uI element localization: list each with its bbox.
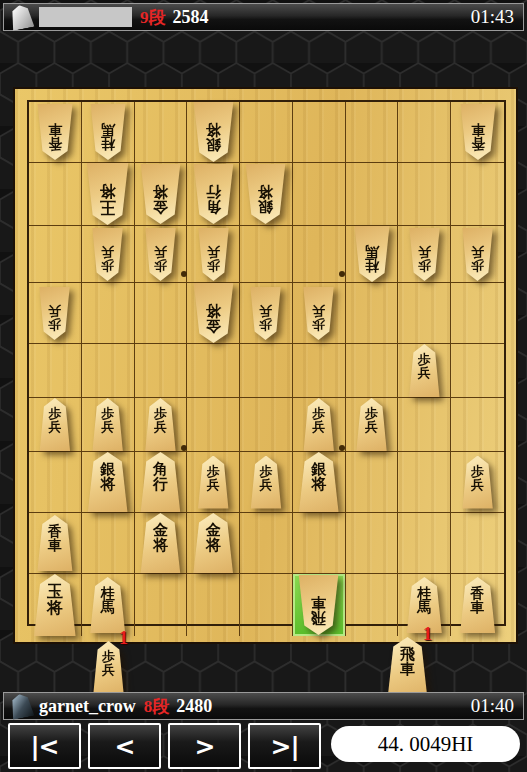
square-6g[interactable]: 歩兵 bbox=[187, 452, 240, 513]
square-4h[interactable] bbox=[293, 513, 346, 574]
sente-bishop-piece[interactable]: 角行 bbox=[139, 452, 182, 512]
square-1d[interactable] bbox=[451, 283, 504, 344]
square-9e[interactable] bbox=[29, 344, 82, 398]
move-display: 44. 0049HI bbox=[331, 726, 520, 762]
square-3g[interactable] bbox=[346, 452, 399, 513]
top-player-bar: 9段 2584 01:43 bbox=[3, 3, 524, 31]
square-4c[interactable] bbox=[293, 226, 346, 283]
top-player-clock: 01:43 bbox=[471, 6, 514, 28]
sente-pawn-piece[interactable]: 歩兵 bbox=[461, 456, 494, 509]
square-8c[interactable]: 歩兵 bbox=[82, 226, 135, 283]
square-3d[interactable] bbox=[346, 283, 399, 344]
gote-gold-piece[interactable]: 金将 bbox=[192, 283, 235, 343]
sente-pawn-piece[interactable]: 歩兵 bbox=[197, 456, 230, 509]
square-7h[interactable]: 金将 bbox=[135, 513, 188, 574]
square-5h[interactable] bbox=[240, 513, 293, 574]
prev-move-button[interactable]: < bbox=[88, 723, 161, 769]
square-5c[interactable] bbox=[240, 226, 293, 283]
square-4f[interactable]: 歩兵 bbox=[293, 398, 346, 452]
gote-bishop-piece[interactable]: 角行 bbox=[192, 164, 235, 224]
square-5e[interactable] bbox=[240, 344, 293, 398]
gote-pawn-piece[interactable]: 歩兵 bbox=[249, 287, 282, 340]
square-7c[interactable]: 歩兵 bbox=[135, 226, 188, 283]
square-9a[interactable]: 香車 bbox=[29, 102, 82, 163]
square-1b[interactable] bbox=[451, 163, 504, 226]
first-move-button[interactable]: |< bbox=[8, 723, 81, 769]
star-point bbox=[339, 445, 345, 451]
sente-knight-piece[interactable]: 桂馬 bbox=[89, 577, 127, 633]
square-4a[interactable] bbox=[293, 102, 346, 163]
square-9h[interactable]: 香車 bbox=[29, 513, 82, 574]
square-2d[interactable] bbox=[398, 283, 451, 344]
square-1c[interactable]: 歩兵 bbox=[451, 226, 504, 283]
square-9g[interactable] bbox=[29, 452, 82, 513]
bottom-player-clock: 01:40 bbox=[471, 695, 514, 717]
bottom-player-rank: 8段 bbox=[144, 695, 170, 718]
square-9f[interactable]: 歩兵 bbox=[29, 398, 82, 452]
square-6b[interactable]: 角行 bbox=[187, 163, 240, 226]
square-6h[interactable]: 金将 bbox=[187, 513, 240, 574]
gote-knight-piece[interactable]: 桂馬 bbox=[89, 104, 127, 160]
square-1i[interactable]: 香車 bbox=[451, 574, 504, 636]
sente-pawn-piece[interactable]: 歩兵 bbox=[38, 398, 71, 451]
square-8i[interactable]: 桂馬 bbox=[82, 574, 135, 636]
gote-pawn-piece[interactable]: 歩兵 bbox=[144, 228, 177, 281]
square-2e[interactable]: 歩兵 bbox=[398, 344, 451, 398]
square-8h[interactable] bbox=[82, 513, 135, 574]
square-8f[interactable]: 歩兵 bbox=[82, 398, 135, 452]
square-6c[interactable]: 歩兵 bbox=[187, 226, 240, 283]
gote-pawn-piece[interactable]: 歩兵 bbox=[197, 228, 230, 281]
square-2c[interactable]: 歩兵 bbox=[398, 226, 451, 283]
square-1g[interactable]: 歩兵 bbox=[451, 452, 504, 513]
square-3e[interactable] bbox=[346, 344, 399, 398]
square-7e[interactable] bbox=[135, 344, 188, 398]
sente-pawn-piece[interactable]: 歩兵 bbox=[355, 398, 388, 451]
square-8d[interactable] bbox=[82, 283, 135, 344]
board-grid: 香車桂馬銀将香車王将金将角行銀将歩兵歩兵歩兵桂馬歩兵歩兵歩兵金将歩兵歩兵歩兵歩兵… bbox=[27, 100, 506, 626]
square-7f[interactable]: 歩兵 bbox=[135, 398, 188, 452]
square-5b[interactable]: 銀将 bbox=[240, 163, 293, 226]
square-3i[interactable] bbox=[346, 574, 399, 636]
square-9i[interactable]: 玉将 bbox=[29, 574, 82, 636]
sente-player-piece-icon bbox=[8, 692, 35, 720]
hand-rook-count: 1 bbox=[423, 624, 432, 645]
sente-hand-pawn[interactable]: 1 歩兵 bbox=[92, 641, 125, 694]
square-2h[interactable] bbox=[398, 513, 451, 574]
gote-rook-piece[interactable]: 飛車 bbox=[297, 575, 340, 635]
square-1e[interactable] bbox=[451, 344, 504, 398]
sente-gold-piece[interactable]: 金将 bbox=[139, 513, 182, 573]
gote-king-piece[interactable]: 王将 bbox=[85, 163, 130, 225]
gote-player-piece-icon bbox=[8, 3, 35, 31]
sente-lance-piece[interactable]: 香車 bbox=[459, 577, 497, 633]
square-8b[interactable]: 王将 bbox=[82, 163, 135, 226]
shogi-board: 香車桂馬銀将香車王将金将角行銀将歩兵歩兵歩兵桂馬歩兵歩兵歩兵金将歩兵歩兵歩兵歩兵… bbox=[13, 87, 518, 644]
square-9b[interactable] bbox=[29, 163, 82, 226]
last-move-button[interactable]: >| bbox=[248, 723, 321, 769]
sente-pawn-piece[interactable]: 歩兵 bbox=[91, 398, 124, 451]
gote-pawn-piece[interactable]: 歩兵 bbox=[461, 228, 494, 281]
sente-pawn-piece[interactable]: 歩兵 bbox=[302, 398, 335, 451]
square-7b[interactable]: 金将 bbox=[135, 163, 188, 226]
sente-gold-piece[interactable]: 金将 bbox=[192, 513, 235, 573]
gote-knight-piece[interactable]: 桂馬 bbox=[353, 226, 391, 282]
square-1h[interactable] bbox=[451, 513, 504, 574]
square-7a[interactable] bbox=[135, 102, 188, 163]
square-2a[interactable] bbox=[398, 102, 451, 163]
square-6a[interactable]: 銀将 bbox=[187, 102, 240, 163]
bottom-player-name: garnet_crow bbox=[39, 696, 136, 717]
top-player-rating: 2584 bbox=[173, 7, 209, 28]
top-player-name-redacted bbox=[39, 7, 132, 27]
gote-pawn-piece[interactable]: 歩兵 bbox=[38, 287, 71, 340]
sente-hand-rook[interactable]: 1 飛車 bbox=[386, 637, 429, 697]
square-4b[interactable] bbox=[293, 163, 346, 226]
square-7i[interactable] bbox=[135, 574, 188, 636]
bottom-player-bar: garnet_crow 8段 2480 01:40 bbox=[3, 692, 524, 720]
square-3a[interactable] bbox=[346, 102, 399, 163]
square-5f[interactable] bbox=[240, 398, 293, 452]
sente-pawn-piece[interactable]: 歩兵 bbox=[144, 398, 177, 451]
square-8a[interactable]: 桂馬 bbox=[82, 102, 135, 163]
square-1f[interactable] bbox=[451, 398, 504, 452]
gote-lance-piece[interactable]: 香車 bbox=[459, 104, 497, 160]
square-5g[interactable]: 歩兵 bbox=[240, 452, 293, 513]
square-3b[interactable] bbox=[346, 163, 399, 226]
square-4e[interactable] bbox=[293, 344, 346, 398]
square-2g[interactable] bbox=[398, 452, 451, 513]
square-3c[interactable]: 桂馬 bbox=[346, 226, 399, 283]
sente-pawn-piece[interactable]: 歩兵 bbox=[408, 344, 441, 397]
move-navigation: |< < > >| bbox=[8, 723, 321, 769]
square-8g[interactable]: 銀将 bbox=[82, 452, 135, 513]
star-point bbox=[339, 271, 345, 277]
square-5d[interactable]: 歩兵 bbox=[240, 283, 293, 344]
hand-pawn-count: 1 bbox=[119, 628, 128, 649]
square-3f[interactable]: 歩兵 bbox=[346, 398, 399, 452]
sente-pawn-piece[interactable]: 歩兵 bbox=[249, 456, 282, 509]
gote-pawn-piece[interactable]: 歩兵 bbox=[91, 228, 124, 281]
square-6i[interactable] bbox=[187, 574, 240, 636]
square-8e[interactable] bbox=[82, 344, 135, 398]
gote-gold-piece[interactable]: 金将 bbox=[139, 164, 182, 224]
gote-silver-piece[interactable]: 銀将 bbox=[192, 102, 235, 162]
square-2b[interactable] bbox=[398, 163, 451, 226]
square-4g[interactable]: 銀将 bbox=[293, 452, 346, 513]
bottom-player-rating: 2480 bbox=[176, 696, 212, 717]
sente-lance-piece[interactable]: 香車 bbox=[36, 515, 74, 571]
square-6f[interactable] bbox=[187, 398, 240, 452]
square-7d[interactable] bbox=[135, 283, 188, 344]
sente-silver-piece[interactable]: 銀将 bbox=[86, 452, 129, 512]
square-3h[interactable] bbox=[346, 513, 399, 574]
square-1a[interactable]: 香車 bbox=[451, 102, 504, 163]
star-point bbox=[181, 445, 187, 451]
square-2f[interactable] bbox=[398, 398, 451, 452]
square-5i[interactable] bbox=[240, 574, 293, 636]
gote-pawn-piece[interactable]: 歩兵 bbox=[302, 287, 335, 340]
sente-king-piece[interactable]: 玉将 bbox=[32, 574, 77, 636]
sente-silver-piece[interactable]: 銀将 bbox=[297, 452, 340, 512]
gote-silver-piece[interactable]: 銀将 bbox=[244, 164, 287, 224]
square-9d[interactable]: 歩兵 bbox=[29, 283, 82, 344]
next-move-button[interactable]: > bbox=[168, 723, 241, 769]
sente-rook-piece[interactable]: 飛車 bbox=[386, 637, 429, 697]
square-4i[interactable]: 飛車 bbox=[293, 574, 346, 636]
square-5a[interactable] bbox=[240, 102, 293, 163]
square-4d[interactable]: 歩兵 bbox=[293, 283, 346, 344]
gote-lance-piece[interactable]: 香車 bbox=[36, 104, 74, 160]
square-9c[interactable] bbox=[29, 226, 82, 283]
square-6e[interactable] bbox=[187, 344, 240, 398]
square-7g[interactable]: 角行 bbox=[135, 452, 188, 513]
square-6d[interactable]: 金将 bbox=[187, 283, 240, 344]
star-point bbox=[181, 271, 187, 277]
gote-pawn-piece[interactable]: 歩兵 bbox=[408, 228, 441, 281]
top-player-rank: 9段 bbox=[140, 6, 166, 29]
